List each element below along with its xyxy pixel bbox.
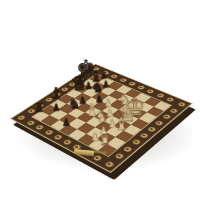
brass-inlay-dot bbox=[156, 93, 164, 98]
brass-inlay-dot bbox=[128, 82, 136, 86]
brass-inlay-dot bbox=[44, 130, 53, 135]
brass-inlay-dot bbox=[137, 85, 145, 89]
brass-inlay-dot bbox=[84, 72, 92, 76]
brass-inlay-dot bbox=[147, 89, 155, 94]
brass-inlay-dot bbox=[147, 127, 156, 132]
brass-inlay-dot bbox=[119, 78, 127, 82]
brass-inlay-dot bbox=[93, 155, 102, 161]
product-photo: ♜♝♜♚♟♛♟♝♟♞♟♞♟♟♟♝♟♞♟♞♟♟♟♟♜♝♛♚ bbox=[0, 0, 200, 200]
brass-inlay-dot bbox=[170, 108, 178, 113]
brass-inlay-dot bbox=[162, 114, 171, 119]
brass-inlay-dot bbox=[102, 71, 110, 75]
brass-inlay-dot bbox=[110, 74, 118, 78]
chess-board: ♜♝♜♚♟♛♟♝♟♞♟♞♟♟♟♝♟♞♟♞♟♟♟♟♜♝♛♚ bbox=[10, 64, 193, 173]
brass-inlay-dot bbox=[155, 120, 164, 125]
brass-inlay-dot bbox=[123, 146, 132, 152]
brass-inlay-dot bbox=[76, 77, 84, 81]
square-f3: ♞ bbox=[119, 104, 136, 114]
brass-inlay-dot bbox=[140, 133, 149, 139]
brass-inlay-dot bbox=[17, 115, 26, 120]
brass-inlay-dot bbox=[27, 109, 35, 114]
brass-inlay-dot bbox=[115, 153, 124, 159]
brass-inlay-dot bbox=[45, 98, 53, 103]
brass-inlay-dot bbox=[105, 161, 115, 167]
brass-inlay-dot bbox=[178, 102, 186, 107]
brass-inlay-dot bbox=[27, 120, 36, 125]
brass-inlay-dot bbox=[61, 87, 69, 91]
brass-inlay-dot bbox=[63, 139, 72, 145]
brass-inlay-dot bbox=[36, 103, 44, 108]
brass-inlay-dot bbox=[53, 92, 61, 97]
brass-inlay-dot bbox=[132, 139, 141, 145]
brass-inlay-dot bbox=[166, 97, 174, 102]
brass-inlay-dot bbox=[92, 67, 100, 71]
brass-inlay-dot bbox=[69, 82, 77, 86]
brass-inlay-dot bbox=[35, 125, 44, 130]
board-perspective-wrap: ♜♝♜♚♟♛♟♝♟♞♟♞♟♟♟♝♟♞♟♞♟♟♟♟♜♝♛♚ bbox=[37, 46, 167, 176]
brass-inlay-dot bbox=[54, 134, 63, 140]
